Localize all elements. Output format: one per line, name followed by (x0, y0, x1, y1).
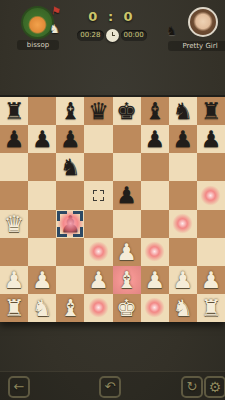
back-button[interactable]: ← (8, 376, 30, 398)
square-b1[interactable]: ♞ (28, 294, 56, 322)
white-pawn-a2[interactable]: ♟ (0, 266, 28, 294)
square-h3[interactable] (197, 238, 225, 266)
square-e6[interactable] (113, 153, 141, 181)
square-c1[interactable]: ♝ (56, 294, 84, 322)
white-bishop-e2[interactable]: ♝ (113, 266, 141, 294)
white-rook-h1[interactable]: ♜ (197, 294, 225, 322)
square-e7[interactable] (113, 125, 141, 153)
square-f4[interactable] (141, 210, 169, 238)
square-b2[interactable]: ♟ (28, 266, 56, 294)
square-f8[interactable]: ♝ (141, 97, 169, 125)
square-g5[interactable] (169, 181, 197, 209)
black-knight-c6[interactable]: ♞ (56, 153, 84, 181)
undo-button[interactable]: ↶ (99, 376, 121, 398)
white-knight-g1[interactable]: ♞ (169, 294, 197, 322)
square-h7[interactable]: ♟ (197, 125, 225, 153)
match-score: 0 : 0 (72, 9, 152, 24)
square-g6[interactable] (169, 153, 197, 181)
restart-button[interactable]: ↻ (181, 376, 203, 398)
black-timer: 00:00 (121, 30, 147, 41)
square-e8[interactable]: ♚ (113, 97, 141, 125)
square-g3[interactable] (169, 238, 197, 266)
top-bar: ⚑ ♞ bissop 0 : 0 00:28 00:00 ♞ Pretty Gi… (0, 0, 225, 97)
black-pawn-g7[interactable]: ♟ (169, 125, 197, 153)
red-flag-icon: ⚑ (50, 4, 62, 18)
square-a6[interactable] (0, 153, 28, 181)
square-g8[interactable]: ♞ (169, 97, 197, 125)
square-g4[interactable] (169, 210, 197, 238)
square-f2[interactable]: ♟ (141, 266, 169, 294)
legal-move-dot[interactable] (144, 297, 165, 318)
square-g2[interactable]: ♟ (169, 266, 197, 294)
square-h8[interactable]: ♜ (197, 97, 225, 125)
square-c3[interactable] (56, 238, 84, 266)
square-d8[interactable]: ♛ (84, 97, 112, 125)
black-pawn-e5[interactable]: ♟ (113, 181, 141, 209)
white-pawn-d2[interactable]: ♟ (84, 266, 112, 294)
black-pawn-c7[interactable]: ♟ (56, 125, 84, 153)
settings-button[interactable]: ⚙ (204, 376, 225, 398)
black-pawn-a7[interactable]: ♟ (0, 125, 28, 153)
square-f6[interactable] (141, 153, 169, 181)
white-king-e1[interactable]: ♚ (113, 294, 141, 322)
square-a3[interactable] (0, 238, 28, 266)
square-d3[interactable] (84, 238, 112, 266)
last-move-from-marker (93, 190, 103, 200)
square-d5[interactable] (84, 181, 112, 209)
square-g1[interactable]: ♞ (169, 294, 197, 322)
white-pawn-b2[interactable]: ♟ (28, 266, 56, 294)
square-g7[interactable]: ♟ (169, 125, 197, 153)
black-player-avatar[interactable] (188, 7, 218, 37)
square-b6[interactable] (28, 153, 56, 181)
square-f5[interactable] (141, 181, 169, 209)
black-pawn-h7[interactable]: ♟ (197, 125, 225, 153)
black-rook-a8[interactable]: ♜ (0, 97, 28, 125)
legal-move-dot[interactable] (88, 297, 109, 318)
white-timer: 00:28 (77, 30, 103, 41)
square-c8[interactable]: ♝ (56, 97, 84, 125)
chess-app-screen: ⚑ ♞ bissop 0 : 0 00:28 00:00 ♞ Pretty Gi… (0, 0, 225, 400)
black-bishop-c8[interactable]: ♝ (56, 97, 84, 125)
square-d2[interactable]: ♟ (84, 266, 112, 294)
black-side-knight-icon: ♞ (166, 25, 177, 37)
square-d6[interactable] (84, 153, 112, 181)
square-e1[interactable]: ♚ (113, 294, 141, 322)
white-pawn-h2[interactable]: ♟ (197, 266, 225, 294)
square-c7[interactable]: ♟ (56, 125, 84, 153)
white-pawn-e3[interactable]: ♟ (113, 238, 141, 266)
square-a2[interactable]: ♟ (0, 266, 28, 294)
square-h1[interactable]: ♜ (197, 294, 225, 322)
timers-row: 00:28 00:00 (72, 28, 152, 42)
clock-icon (106, 29, 119, 42)
black-king-e8[interactable]: ♚ (113, 97, 141, 125)
square-b7[interactable]: ♟ (28, 125, 56, 153)
square-a4[interactable]: ♛ (0, 210, 28, 238)
square-c5[interactable] (56, 181, 84, 209)
black-knight-g8[interactable]: ♞ (169, 97, 197, 125)
legal-move-dot[interactable] (172, 213, 193, 234)
black-rook-h8[interactable]: ♜ (197, 97, 225, 125)
square-a7[interactable]: ♟ (0, 125, 28, 153)
square-f7[interactable]: ♟ (141, 125, 169, 153)
white-player-name: bissop (17, 40, 59, 50)
black-queen-d8[interactable]: ♛ (84, 97, 112, 125)
white-queen-a4[interactable]: ♛ (0, 210, 28, 238)
square-e4[interactable] (113, 210, 141, 238)
bottom-toolbar: ← ↶ ↻ ⚙ (0, 371, 225, 400)
black-player-name: Pretty Girl (168, 41, 225, 51)
black-bishop-f8[interactable]: ♝ (141, 97, 169, 125)
square-a5[interactable] (0, 181, 28, 209)
square-e5[interactable]: ♟ (113, 181, 141, 209)
square-c2[interactable] (56, 266, 84, 294)
chess-board: ♜♝♛♚♝♞♜♟♟♟♟♟♟♞♟♛♟♟♟♟♟♝♟♟♟♜♞♝♚♞♜ (0, 97, 225, 322)
black-pawn-b7[interactable]: ♟ (28, 125, 56, 153)
square-b3[interactable] (28, 238, 56, 266)
square-b8[interactable] (28, 97, 56, 125)
square-h2[interactable]: ♟ (197, 266, 225, 294)
square-a8[interactable]: ♜ (0, 97, 28, 125)
white-knight-b1[interactable]: ♞ (28, 294, 56, 322)
square-c6[interactable]: ♞ (56, 153, 84, 181)
white-rook-a1[interactable]: ♜ (0, 294, 28, 322)
legal-move-dot[interactable] (200, 185, 221, 206)
square-h5[interactable] (197, 181, 225, 209)
square-b5[interactable] (28, 181, 56, 209)
square-h4[interactable] (197, 210, 225, 238)
white-pawn-f2[interactable]: ♟ (141, 266, 169, 294)
square-f3[interactable] (141, 238, 169, 266)
square-d1[interactable] (84, 294, 112, 322)
legal-move-dot[interactable] (144, 241, 165, 262)
square-e2[interactable]: ♝ (113, 266, 141, 294)
white-bishop-c1[interactable]: ♝ (56, 294, 84, 322)
square-e3[interactable]: ♟ (113, 238, 141, 266)
white-side-knight-icon: ♞ (49, 23, 60, 35)
square-b4[interactable] (28, 210, 56, 238)
legal-move-dot[interactable] (88, 241, 109, 262)
white-pawn-g2[interactable]: ♟ (169, 266, 197, 294)
square-d4[interactable] (84, 210, 112, 238)
square-h6[interactable] (197, 153, 225, 181)
square-f1[interactable] (141, 294, 169, 322)
square-d7[interactable] (84, 125, 112, 153)
square-a1[interactable]: ♜ (0, 294, 28, 322)
capture-target-brackets (57, 211, 83, 237)
square-c4[interactable]: ♟ (56, 210, 84, 238)
black-pawn-f7[interactable]: ♟ (141, 125, 169, 153)
